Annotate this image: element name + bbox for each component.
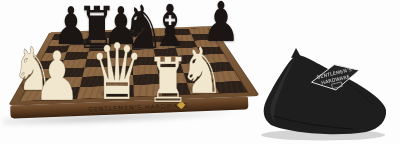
- board-square-e1: [133, 84, 162, 97]
- board-square-f1: [160, 83, 190, 95]
- bag-drawstring-nub: [291, 48, 301, 58]
- piece-shadow-g2: [189, 86, 216, 92]
- chess-set-product-photo: GENTLEMEN'S HARDWARE ♟♜♟♞♝♟♞♟♛♜♞ GENTLEM…: [0, 0, 400, 144]
- chess-board-assembly: GENTLEMEN'S HARDWARE: [0, 0, 262, 144]
- piece-bag: GENTLEMEN'S HARDWARE: [253, 44, 399, 144]
- bag-body: [264, 55, 386, 134]
- piece-shadow-b2: [43, 93, 72, 99]
- board-square-h1: [214, 81, 248, 93]
- board-edge-engraving: GENTLEMEN'S HARDWARE: [88, 102, 188, 113]
